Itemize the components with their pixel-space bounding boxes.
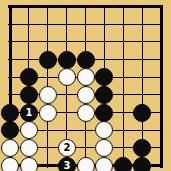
go-diagram: 123 — [0, 0, 171, 171]
stone-white — [39, 86, 57, 104]
grid-line — [123, 5, 124, 168]
stone-white — [95, 157, 113, 171]
stone-white — [58, 68, 76, 86]
stone-black — [1, 104, 19, 122]
board-edge-line — [8, 5, 163, 8]
stone-white — [20, 139, 38, 157]
stone-black — [39, 51, 57, 69]
stone-black — [20, 86, 38, 104]
move-number-label: 2 — [64, 143, 71, 153]
stone-black — [95, 68, 113, 86]
stone-white — [77, 68, 95, 86]
stone-black — [77, 51, 95, 69]
stone-white — [1, 139, 19, 157]
go-board[interactable]: 123 — [0, 0, 171, 171]
stone-white — [39, 104, 57, 122]
stone-white — [95, 121, 113, 139]
stone-black — [20, 68, 38, 86]
move-stone-black: 3 — [58, 157, 76, 171]
stone-black — [58, 51, 76, 69]
grid-line — [8, 41, 163, 42]
stone-white — [77, 104, 95, 122]
move-number-label: 3 — [64, 161, 71, 171]
stone-white — [1, 157, 19, 171]
stone-black — [133, 104, 151, 122]
stone-white — [77, 157, 95, 171]
stone-black — [95, 86, 113, 104]
stone-black — [133, 139, 151, 157]
move-number-label: 1 — [26, 108, 33, 118]
stone-white — [77, 86, 95, 104]
stone-black — [1, 121, 19, 139]
move-stone-white: 2 — [58, 139, 76, 157]
stone-black — [95, 104, 113, 122]
stone-black — [133, 157, 151, 171]
stone-black — [114, 157, 132, 171]
stone-white — [95, 139, 113, 157]
grid-line — [8, 24, 163, 25]
board-edge-line — [160, 5, 163, 168]
move-stone-black: 1 — [20, 104, 38, 122]
stone-white — [20, 157, 38, 171]
stone-white — [20, 121, 38, 139]
